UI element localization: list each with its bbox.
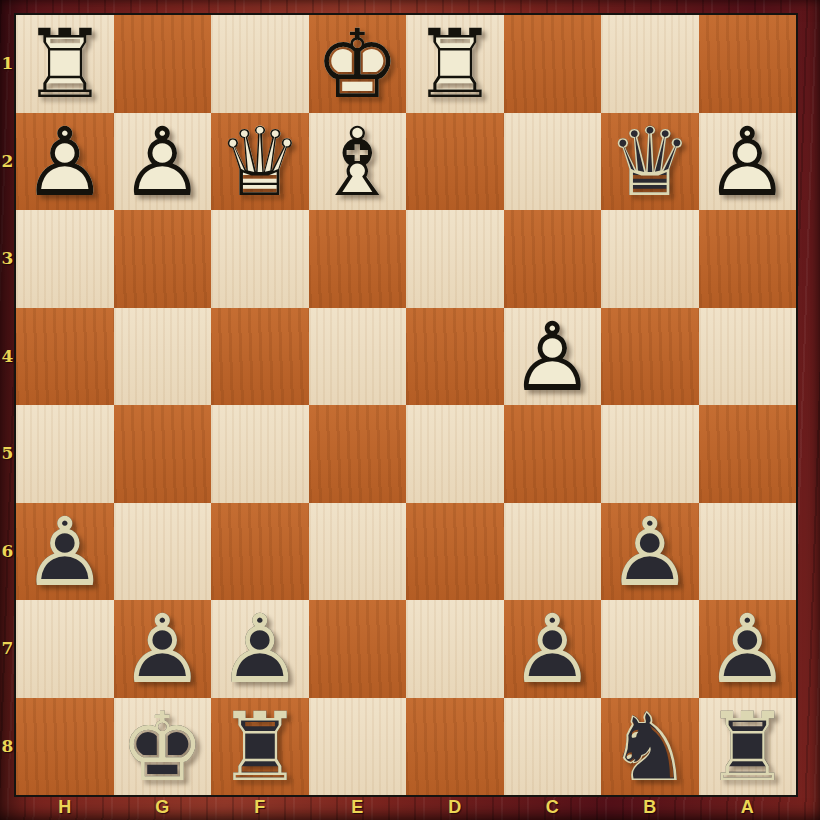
piece-outline-glyph: ♖: [16, 15, 114, 113]
square-f5[interactable]: [211, 405, 309, 503]
black-pawn[interactable]: ♟♙: [601, 503, 699, 601]
square-e2[interactable]: ♝♗: [309, 113, 407, 211]
square-a2[interactable]: ♟♙: [699, 113, 797, 211]
black-pawn[interactable]: ♟♙: [504, 600, 602, 698]
rank-label-1: 1: [0, 15, 15, 113]
piece-outline-glyph: ♙: [504, 600, 602, 698]
square-c6[interactable]: [504, 503, 602, 601]
square-e8[interactable]: [309, 698, 407, 796]
black-rook[interactable]: ♜♖: [699, 698, 797, 796]
piece-outline-glyph: ♖: [211, 698, 309, 796]
rank-label-4: 4: [0, 308, 15, 406]
square-b7[interactable]: [601, 600, 699, 698]
white-pawn[interactable]: ♟♙: [16, 113, 114, 211]
square-f6[interactable]: [211, 503, 309, 601]
black-pawn[interactable]: ♟♙: [114, 600, 212, 698]
square-e7[interactable]: [309, 600, 407, 698]
square-a5[interactable]: [699, 405, 797, 503]
square-b4[interactable]: [601, 308, 699, 406]
square-d3[interactable]: [406, 210, 504, 308]
piece-outline-glyph: ♙: [114, 600, 212, 698]
black-queen[interactable]: ♛♕: [601, 113, 699, 211]
piece-outline-glyph: ♙: [16, 503, 114, 601]
square-e4[interactable]: [309, 308, 407, 406]
square-e1[interactable]: ♚♔: [309, 15, 407, 113]
rank-label-8: 8: [0, 698, 15, 796]
square-g3[interactable]: [114, 210, 212, 308]
white-pawn[interactable]: ♟♙: [504, 308, 602, 406]
black-pawn[interactable]: ♟♙: [699, 600, 797, 698]
square-c4[interactable]: ♟♙: [504, 308, 602, 406]
piece-outline-glyph: ♖: [699, 698, 797, 796]
square-d1[interactable]: ♜♖: [406, 15, 504, 113]
square-c3[interactable]: [504, 210, 602, 308]
square-g2[interactable]: ♟♙: [114, 113, 212, 211]
piece-outline-glyph: ♘: [601, 698, 699, 796]
piece-outline-glyph: ♙: [699, 113, 797, 211]
square-c1[interactable]: [504, 15, 602, 113]
piece-outline-glyph: ♙: [601, 503, 699, 601]
square-f4[interactable]: [211, 308, 309, 406]
square-d5[interactable]: [406, 405, 504, 503]
square-f3[interactable]: [211, 210, 309, 308]
piece-outline-glyph: ♔: [309, 15, 407, 113]
square-h6[interactable]: ♟♙: [16, 503, 114, 601]
piece-outline-glyph: ♙: [114, 113, 212, 211]
square-e6[interactable]: [309, 503, 407, 601]
rank-label-2: 2: [0, 113, 15, 211]
rank-label-7: 7: [0, 600, 15, 698]
square-b5[interactable]: [601, 405, 699, 503]
square-a6[interactable]: [699, 503, 797, 601]
square-c7[interactable]: ♟♙: [504, 600, 602, 698]
file-label-e: E: [309, 797, 407, 820]
piece-outline-glyph: ♖: [406, 15, 504, 113]
square-h2[interactable]: ♟♙: [16, 113, 114, 211]
black-knight[interactable]: ♞♘: [601, 698, 699, 796]
square-a1[interactable]: [699, 15, 797, 113]
square-f2[interactable]: ♛♕: [211, 113, 309, 211]
piece-outline-glyph: ♗: [309, 113, 407, 211]
square-h1[interactable]: ♜♖: [16, 15, 114, 113]
square-f8[interactable]: ♜♖: [211, 698, 309, 796]
square-b6[interactable]: ♟♙: [601, 503, 699, 601]
square-h8[interactable]: [16, 698, 114, 796]
black-pawn[interactable]: ♟♙: [16, 503, 114, 601]
square-a8[interactable]: ♜♖: [699, 698, 797, 796]
square-b8[interactable]: ♞♘: [601, 698, 699, 796]
piece-outline-glyph: ♙: [211, 600, 309, 698]
square-h7[interactable]: [16, 600, 114, 698]
black-pawn[interactable]: ♟♙: [211, 600, 309, 698]
square-a4[interactable]: [699, 308, 797, 406]
square-f1[interactable]: [211, 15, 309, 113]
square-b2[interactable]: ♛♕: [601, 113, 699, 211]
square-g8[interactable]: ♚♔: [114, 698, 212, 796]
square-c2[interactable]: [504, 113, 602, 211]
chess-board: ♜♖♚♔♜♖♟♙♟♙♛♕♝♗♛♕♟♙♟♙♟♙♟♙♟♙♟♙♟♙♟♙♚♔♜♖♞♘♜♖: [16, 15, 796, 795]
square-d8[interactable]: [406, 698, 504, 796]
file-label-d: D: [406, 797, 504, 820]
white-pawn[interactable]: ♟♙: [699, 113, 797, 211]
square-b1[interactable]: [601, 15, 699, 113]
rank-label-5: 5: [0, 405, 15, 503]
file-label-h: H: [16, 797, 114, 820]
white-rook[interactable]: ♜♖: [16, 15, 114, 113]
square-a7[interactable]: ♟♙: [699, 600, 797, 698]
file-label-c: C: [504, 797, 602, 820]
white-bishop[interactable]: ♝♗: [309, 113, 407, 211]
black-rook[interactable]: ♜♖: [211, 698, 309, 796]
piece-outline-glyph: ♙: [504, 308, 602, 406]
square-c5[interactable]: [504, 405, 602, 503]
piece-outline-glyph: ♕: [211, 113, 309, 211]
square-d6[interactable]: [406, 503, 504, 601]
white-king[interactable]: ♚♔: [309, 15, 407, 113]
square-e3[interactable]: [309, 210, 407, 308]
square-f7[interactable]: ♟♙: [211, 600, 309, 698]
square-h4[interactable]: [16, 308, 114, 406]
square-c8[interactable]: [504, 698, 602, 796]
square-d2[interactable]: [406, 113, 504, 211]
rank-label-3: 3: [0, 210, 15, 308]
square-b3[interactable]: [601, 210, 699, 308]
square-d4[interactable]: [406, 308, 504, 406]
square-g5[interactable]: [114, 405, 212, 503]
square-g7[interactable]: ♟♙: [114, 600, 212, 698]
piece-outline-glyph: ♔: [114, 698, 212, 796]
square-h5[interactable]: [16, 405, 114, 503]
square-g4[interactable]: [114, 308, 212, 406]
square-h3[interactable]: [16, 210, 114, 308]
square-e5[interactable]: [309, 405, 407, 503]
square-d7[interactable]: [406, 600, 504, 698]
piece-outline-glyph: ♙: [16, 113, 114, 211]
square-g6[interactable]: [114, 503, 212, 601]
black-king[interactable]: ♚♔: [114, 698, 212, 796]
white-rook[interactable]: ♜♖: [406, 15, 504, 113]
square-a3[interactable]: [699, 210, 797, 308]
piece-outline-glyph: ♙: [699, 600, 797, 698]
piece-outline-glyph: ♕: [601, 113, 699, 211]
chess-board-frame: ♜♖♚♔♜♖♟♙♟♙♛♕♝♗♛♕♟♙♟♙♟♙♟♙♟♙♟♙♟♙♟♙♚♔♜♖♞♘♜♖…: [0, 0, 820, 820]
white-pawn[interactable]: ♟♙: [114, 113, 212, 211]
white-queen[interactable]: ♛♕: [211, 113, 309, 211]
rank-label-6: 6: [0, 503, 15, 601]
square-g1[interactable]: [114, 15, 212, 113]
